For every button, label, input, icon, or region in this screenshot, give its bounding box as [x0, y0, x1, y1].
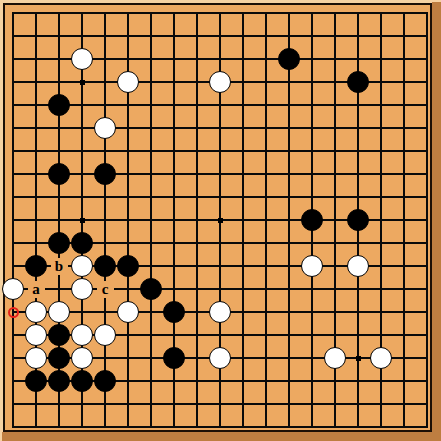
black-stone	[48, 163, 70, 185]
grid-line-vertical	[288, 12, 290, 428]
black-stone	[94, 370, 116, 392]
black-stone	[71, 232, 93, 254]
black-stone	[48, 94, 70, 116]
black-stone	[94, 163, 116, 185]
grid-line-vertical	[265, 12, 267, 428]
white-stone	[71, 347, 93, 369]
black-stone	[278, 48, 300, 70]
white-stone	[71, 278, 93, 300]
star-point	[218, 218, 223, 223]
board-edge-shadow-right	[432, 2, 441, 441]
black-stone	[347, 71, 369, 93]
go-board: abc	[0, 0, 441, 441]
black-stone	[347, 209, 369, 231]
white-stone	[117, 301, 139, 323]
board-edge-shadow-bottom	[2, 432, 441, 441]
star-point	[80, 80, 85, 85]
black-stone	[71, 370, 93, 392]
white-stone	[25, 347, 47, 369]
white-stone	[209, 301, 231, 323]
white-stone	[71, 255, 93, 277]
black-stone	[25, 370, 47, 392]
grid-line-vertical	[242, 12, 244, 428]
white-stone	[2, 278, 24, 300]
black-stone	[163, 301, 185, 323]
go-diagram: abc	[0, 0, 441, 441]
red-circle-marker	[8, 307, 19, 318]
star-point	[80, 218, 85, 223]
black-stone	[25, 255, 47, 277]
white-stone	[48, 301, 70, 323]
white-stone	[370, 347, 392, 369]
white-stone	[301, 255, 323, 277]
white-stone	[324, 347, 346, 369]
white-stone	[71, 324, 93, 346]
white-stone	[347, 255, 369, 277]
point-label-c: c	[97, 281, 114, 298]
star-point	[356, 356, 361, 361]
point-label-a: a	[28, 281, 45, 298]
black-stone	[48, 324, 70, 346]
grid-line-vertical	[426, 12, 428, 428]
grid-line-horizontal	[12, 403, 428, 405]
white-stone	[71, 48, 93, 70]
grid-line-vertical	[403, 12, 405, 428]
white-stone	[25, 301, 47, 323]
black-stone	[117, 255, 139, 277]
black-stone	[48, 232, 70, 254]
grid-line-horizontal	[12, 426, 428, 428]
point-label-b: b	[51, 258, 68, 275]
black-stone	[140, 278, 162, 300]
white-stone	[117, 71, 139, 93]
white-stone	[94, 324, 116, 346]
white-stone	[94, 117, 116, 139]
black-stone	[94, 255, 116, 277]
white-stone	[209, 71, 231, 93]
black-stone	[48, 347, 70, 369]
black-stone	[301, 209, 323, 231]
black-stone	[48, 370, 70, 392]
white-stone	[209, 347, 231, 369]
black-stone	[163, 347, 185, 369]
white-stone	[25, 324, 47, 346]
